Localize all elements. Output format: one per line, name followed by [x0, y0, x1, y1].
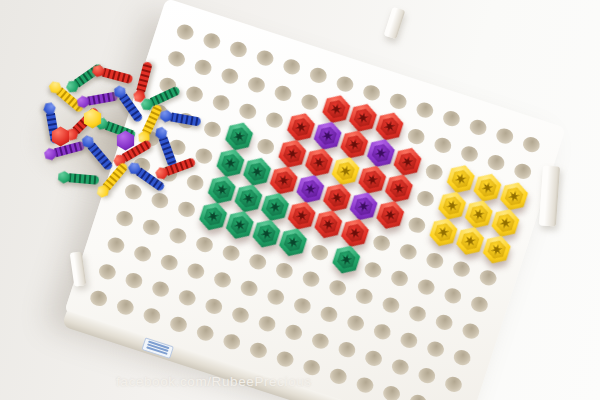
hole[interactable]	[327, 277, 348, 297]
hole[interactable]	[114, 208, 135, 228]
hole[interactable]	[334, 74, 355, 94]
hole[interactable]	[433, 312, 454, 332]
hole[interactable]	[105, 235, 126, 255]
hole[interactable]	[237, 101, 258, 121]
hole[interactable]	[221, 331, 242, 351]
hole[interactable]	[166, 48, 187, 68]
hole[interactable]	[451, 259, 472, 279]
hole[interactable]	[203, 296, 224, 316]
hole[interactable]	[193, 146, 214, 166]
hole[interactable]	[184, 172, 205, 192]
hole[interactable]	[310, 331, 331, 351]
hole[interactable]	[477, 267, 498, 287]
hole[interactable]	[442, 285, 463, 305]
hole[interactable]	[192, 57, 213, 77]
hole[interactable]	[345, 313, 366, 333]
hole[interactable]	[424, 250, 445, 270]
hole[interactable]	[361, 82, 382, 102]
hole[interactable]	[512, 161, 533, 181]
hole[interactable]	[390, 357, 411, 377]
hole[interactable]	[174, 22, 195, 42]
hole[interactable]	[432, 135, 453, 155]
hole[interactable]	[194, 234, 215, 254]
hole[interactable]	[460, 321, 481, 341]
hole[interactable]	[423, 162, 444, 182]
hole[interactable]	[176, 287, 197, 307]
hole[interactable]	[97, 261, 118, 281]
hole[interactable]	[405, 126, 426, 146]
hole[interactable]	[238, 278, 259, 298]
hole[interactable]	[380, 295, 401, 315]
hole[interactable]	[309, 242, 330, 262]
hole[interactable]	[219, 66, 240, 86]
hole[interactable]	[485, 152, 506, 172]
hole[interactable]	[264, 110, 285, 130]
hole[interactable]	[202, 119, 223, 139]
hole[interactable]	[328, 366, 349, 386]
hole[interactable]	[185, 261, 206, 281]
hole[interactable]	[441, 108, 462, 128]
hole[interactable]	[372, 321, 393, 341]
hole[interactable]	[247, 251, 268, 271]
pegboard	[59, 0, 565, 400]
hole[interactable]	[274, 349, 295, 369]
corner-post	[384, 7, 406, 40]
watermark: facebook.com/RubeePrecious	[116, 374, 312, 389]
hole[interactable]	[443, 374, 464, 394]
hole[interactable]	[158, 252, 179, 272]
hole[interactable]	[210, 92, 231, 112]
hole[interactable]	[362, 259, 383, 279]
hole[interactable]	[300, 269, 321, 289]
hole[interactable]	[256, 313, 277, 333]
hole[interactable]	[389, 268, 410, 288]
hole[interactable]	[521, 134, 542, 154]
hole[interactable]	[254, 48, 275, 68]
hole[interactable]	[398, 330, 419, 350]
hole[interactable]	[451, 347, 472, 367]
hole[interactable]	[123, 182, 144, 202]
hole[interactable]	[425, 339, 446, 359]
hole[interactable]	[167, 226, 188, 246]
hole[interactable]	[363, 348, 384, 368]
hole[interactable]	[248, 340, 269, 360]
hole[interactable]	[387, 91, 408, 111]
hole[interactable]	[354, 286, 375, 306]
hole[interactable]	[272, 83, 293, 103]
hole[interactable]	[318, 304, 339, 324]
hole[interactable]	[397, 241, 418, 261]
hole[interactable]	[414, 100, 435, 120]
hole[interactable]	[416, 365, 437, 385]
hole[interactable]	[265, 287, 286, 307]
hole[interactable]	[415, 188, 436, 208]
hole[interactable]	[150, 279, 171, 299]
hole[interactable]	[88, 288, 109, 308]
hole[interactable]	[123, 270, 144, 290]
hole[interactable]	[381, 383, 402, 400]
hole[interactable]	[283, 322, 304, 342]
hole[interactable]	[281, 56, 302, 76]
hole[interactable]	[168, 314, 189, 334]
hole[interactable]	[407, 303, 428, 323]
hole[interactable]	[176, 199, 197, 219]
hole[interactable]	[371, 233, 392, 253]
hole[interactable]	[132, 243, 153, 263]
hole[interactable]	[141, 217, 162, 237]
hole[interactable]	[308, 65, 329, 85]
hole[interactable]	[469, 294, 490, 314]
hole[interactable]	[220, 243, 241, 263]
hole[interactable]	[194, 323, 215, 343]
hole[interactable]	[184, 84, 205, 104]
hole[interactable]	[354, 375, 375, 395]
hole[interactable]	[459, 144, 480, 164]
hole[interactable]	[255, 136, 276, 156]
hole[interactable]	[228, 39, 249, 59]
hole[interactable]	[407, 392, 428, 400]
hole[interactable]	[336, 339, 357, 359]
hole[interactable]	[415, 277, 436, 297]
hole[interactable]	[274, 260, 295, 280]
hole[interactable]	[212, 269, 233, 289]
corner-post	[539, 165, 560, 226]
hole[interactable]	[467, 117, 488, 137]
hole[interactable]	[115, 297, 136, 317]
hole[interactable]	[292, 295, 313, 315]
photo-scene: facebook.com/RubeePrecious	[0, 0, 600, 400]
bolt-shank	[69, 173, 100, 185]
hole[interactable]	[406, 215, 427, 235]
hole[interactable]	[494, 126, 515, 146]
hole[interactable]	[246, 74, 267, 94]
hole[interactable]	[230, 305, 251, 325]
hole[interactable]	[141, 305, 162, 325]
hole[interactable]	[299, 92, 320, 112]
hole[interactable]	[201, 30, 222, 50]
